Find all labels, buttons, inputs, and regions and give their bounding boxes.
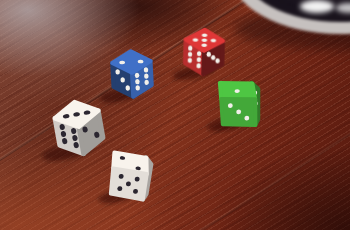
die-blue-die (112, 50, 153, 98)
table-scene (0, 0, 350, 230)
dice-layer (0, 0, 350, 230)
die-white-die-bottom (109, 152, 152, 200)
die-green-die (220, 82, 260, 127)
die-red-die (185, 29, 224, 75)
